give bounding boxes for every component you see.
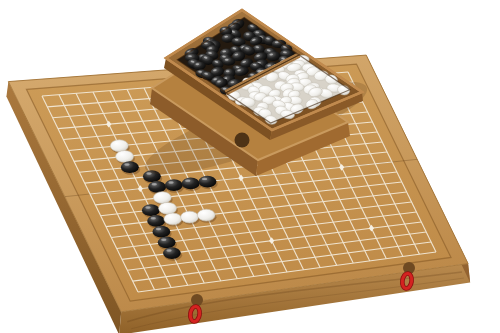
go-stone-white-E8 bbox=[159, 202, 177, 214]
go-stone-white-E7 bbox=[164, 213, 182, 225]
stone-highlight bbox=[202, 178, 207, 180]
go-stone-black-F10 bbox=[165, 179, 183, 191]
stone-highlight bbox=[185, 179, 190, 181]
go-stone-black-H10 bbox=[199, 176, 217, 188]
go-stone-black-D7 bbox=[147, 215, 165, 227]
go-stone-black-E10 bbox=[148, 181, 166, 193]
go-stone-black-D6 bbox=[152, 226, 170, 238]
go-stone-black-D4 bbox=[163, 247, 181, 259]
go-stone-black-D8 bbox=[142, 204, 160, 216]
stone-highlight bbox=[161, 239, 166, 241]
go-stone-white-D13 bbox=[116, 151, 134, 163]
go-stone-black-G10 bbox=[182, 177, 200, 189]
go-stone-white-G7 bbox=[197, 209, 215, 221]
stone-highlight bbox=[151, 217, 156, 219]
stone-highlight bbox=[166, 249, 171, 251]
go-set-illustration bbox=[0, 0, 500, 333]
product-photo-scene bbox=[0, 0, 500, 333]
stone-highlight bbox=[156, 228, 161, 230]
go-stone-black-D5 bbox=[158, 237, 176, 249]
stone-highlight bbox=[145, 206, 150, 208]
stone-highlight bbox=[152, 183, 157, 185]
lower-tray-finger-notch bbox=[235, 133, 250, 148]
go-stone-white-D14 bbox=[110, 140, 128, 152]
go-stone-white-E9 bbox=[153, 192, 171, 204]
go-stone-black-D12 bbox=[121, 161, 139, 173]
ribbon-pull-left-notch bbox=[191, 294, 203, 306]
stone-highlight bbox=[168, 181, 173, 183]
stone-highlight bbox=[124, 163, 129, 165]
go-stone-white-F7 bbox=[181, 211, 199, 223]
